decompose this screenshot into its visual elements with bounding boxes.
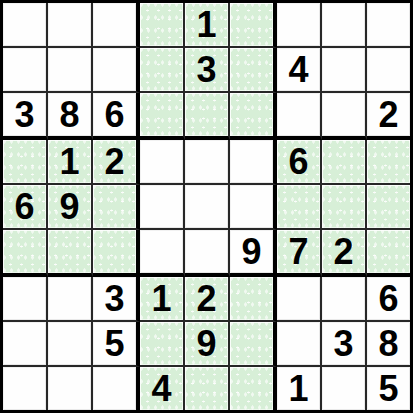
cell-r9c7[interactable]: 1 xyxy=(277,367,322,410)
cell-r4c7[interactable]: 6 xyxy=(277,140,322,185)
cell-r7c8[interactable] xyxy=(322,277,367,322)
cell-r9c2[interactable] xyxy=(48,367,93,410)
cell-r2c5[interactable]: 3 xyxy=(185,48,230,93)
cell-r9c9[interactable]: 5 xyxy=(367,367,410,410)
cell-r6c7[interactable]: 7 xyxy=(277,230,322,277)
cell-r6c6[interactable]: 9 xyxy=(230,230,277,277)
cell-r3c6[interactable] xyxy=(230,93,277,140)
cell-r8c5[interactable]: 9 xyxy=(185,322,230,367)
cell-r1c5[interactable]: 1 xyxy=(185,3,230,48)
cell-r1c8[interactable] xyxy=(322,3,367,48)
cell-r5c3[interactable] xyxy=(93,185,140,230)
cell-r4c1[interactable] xyxy=(3,140,48,185)
cell-r7c9[interactable]: 6 xyxy=(367,277,410,322)
cell-r1c2[interactable] xyxy=(48,3,93,48)
cell-r7c2[interactable] xyxy=(48,277,93,322)
cell-r8c4[interactable] xyxy=(140,322,185,367)
cell-r4c5[interactable] xyxy=(185,140,230,185)
cell-r4c4[interactable] xyxy=(140,140,185,185)
cell-r1c7[interactable] xyxy=(277,3,322,48)
cell-r3c5[interactable] xyxy=(185,93,230,140)
cell-r5c4[interactable] xyxy=(140,185,185,230)
cell-r5c9[interactable] xyxy=(367,185,410,230)
cell-r4c6[interactable] xyxy=(230,140,277,185)
cell-r6c4[interactable] xyxy=(140,230,185,277)
cell-r5c7[interactable] xyxy=(277,185,322,230)
cell-r2c3[interactable] xyxy=(93,48,140,93)
cell-r7c5[interactable]: 2 xyxy=(185,277,230,322)
sudoku-board: 13438621266997231265938415 xyxy=(0,0,413,413)
cell-r9c1[interactable] xyxy=(3,367,48,410)
cell-r4c8[interactable] xyxy=(322,140,367,185)
cell-r1c9[interactable] xyxy=(367,3,410,48)
cell-r8c8[interactable]: 3 xyxy=(322,322,367,367)
cell-r3c2[interactable]: 8 xyxy=(48,93,93,140)
cell-r9c6[interactable] xyxy=(230,367,277,410)
cell-r9c8[interactable] xyxy=(322,367,367,410)
cell-r2c8[interactable] xyxy=(322,48,367,93)
cell-r1c1[interactable] xyxy=(3,3,48,48)
cell-r4c9[interactable] xyxy=(367,140,410,185)
cell-r2c4[interactable] xyxy=(140,48,185,93)
cell-r2c1[interactable] xyxy=(3,48,48,93)
cell-r1c4[interactable] xyxy=(140,3,185,48)
cell-r8c9[interactable]: 8 xyxy=(367,322,410,367)
cell-r5c2[interactable]: 9 xyxy=(48,185,93,230)
cell-r7c4[interactable]: 1 xyxy=(140,277,185,322)
cell-r3c7[interactable] xyxy=(277,93,322,140)
cell-r3c1[interactable]: 3 xyxy=(3,93,48,140)
cell-r1c6[interactable] xyxy=(230,3,277,48)
cell-r7c7[interactable] xyxy=(277,277,322,322)
cell-r9c3[interactable] xyxy=(93,367,140,410)
cell-r5c5[interactable] xyxy=(185,185,230,230)
cell-r2c7[interactable]: 4 xyxy=(277,48,322,93)
cell-r3c3[interactable]: 6 xyxy=(93,93,140,140)
cell-r4c2[interactable]: 1 xyxy=(48,140,93,185)
cell-r5c1[interactable]: 6 xyxy=(3,185,48,230)
cell-r2c9[interactable] xyxy=(367,48,410,93)
cell-r3c9[interactable]: 2 xyxy=(367,93,410,140)
cell-r2c6[interactable] xyxy=(230,48,277,93)
cell-r5c8[interactable] xyxy=(322,185,367,230)
cell-r6c9[interactable] xyxy=(367,230,410,277)
cell-r7c3[interactable]: 3 xyxy=(93,277,140,322)
cell-r7c6[interactable] xyxy=(230,277,277,322)
cell-r9c5[interactable] xyxy=(185,367,230,410)
cell-r6c5[interactable] xyxy=(185,230,230,277)
cell-r6c3[interactable] xyxy=(93,230,140,277)
cell-r1c3[interactable] xyxy=(93,3,140,48)
cell-r8c2[interactable] xyxy=(48,322,93,367)
cell-r6c8[interactable]: 2 xyxy=(322,230,367,277)
cell-r7c1[interactable] xyxy=(3,277,48,322)
cell-r8c7[interactable] xyxy=(277,322,322,367)
cell-r3c8[interactable] xyxy=(322,93,367,140)
cell-r4c3[interactable]: 2 xyxy=(93,140,140,185)
cell-r3c4[interactable] xyxy=(140,93,185,140)
cell-r8c1[interactable] xyxy=(3,322,48,367)
cell-r9c4[interactable]: 4 xyxy=(140,367,185,410)
cell-r8c3[interactable]: 5 xyxy=(93,322,140,367)
cell-r2c2[interactable] xyxy=(48,48,93,93)
cell-r8c6[interactable] xyxy=(230,322,277,367)
cell-r6c1[interactable] xyxy=(3,230,48,277)
cell-r5c6[interactable] xyxy=(230,185,277,230)
cell-r6c2[interactable] xyxy=(48,230,93,277)
